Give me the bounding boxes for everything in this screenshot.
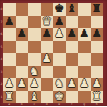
file-label-h: h	[91, 103, 104, 107]
file-label-g: g	[78, 103, 91, 107]
piece-white-pawn-b2[interactable]: ♟	[16, 78, 29, 91]
chess-board: ♚♝♜♟♛♟♟♟♟♟♟♟♟♞♟♟♟♞♟♟♟♜♝♚♜	[3, 3, 103, 103]
piece-white-pawn-h2[interactable]: ♟	[91, 78, 104, 91]
file-label-c: c	[28, 103, 41, 107]
square-f8[interactable]: ♝	[66, 3, 79, 16]
piece-black-pawn-g6[interactable]: ♟	[78, 28, 91, 41]
file-label-a: a	[3, 103, 16, 107]
square-g2[interactable]: ♟	[78, 78, 91, 91]
square-h4[interactable]	[91, 53, 104, 66]
square-g8[interactable]	[78, 3, 91, 16]
rank-label-2: 2	[0, 78, 3, 91]
square-e1[interactable]: ♚	[53, 91, 66, 104]
rank-label-3: 3	[0, 66, 3, 79]
piece-white-king-e1[interactable]: ♚	[53, 91, 66, 104]
square-e4[interactable]	[53, 53, 66, 66]
square-f2[interactable]: ♟	[66, 78, 79, 91]
square-f1[interactable]	[66, 91, 79, 104]
square-f6[interactable]: ♟	[66, 28, 79, 41]
piece-black-rook-h8[interactable]: ♜	[91, 3, 104, 16]
piece-white-knight-e2[interactable]: ♞	[53, 78, 66, 91]
square-a6[interactable]	[3, 28, 16, 41]
piece-black-pawn-b6[interactable]: ♟	[16, 28, 29, 41]
square-h8[interactable]: ♜	[91, 3, 104, 16]
file-label-d: d	[41, 103, 54, 107]
chess-board-frame: ♚♝♜♟♛♟♟♟♟♟♟♟♟♞♟♟♟♞♟♟♟♜♝♚♜ 87654321 abcde…	[0, 0, 107, 106]
square-b8[interactable]	[16, 3, 29, 16]
square-a2[interactable]: ♟	[3, 78, 16, 91]
piece-black-pawn-h6[interactable]: ♟	[91, 28, 104, 41]
square-c8[interactable]	[28, 3, 41, 16]
rank-labels: 87654321	[0, 3, 3, 103]
square-b6[interactable]: ♟	[16, 28, 29, 41]
piece-white-rook-h1[interactable]: ♜	[91, 91, 104, 104]
piece-white-pawn-g2[interactable]: ♟	[78, 78, 91, 91]
square-a4[interactable]	[3, 53, 16, 66]
square-d8[interactable]	[41, 3, 54, 16]
square-e8[interactable]: ♚	[53, 3, 66, 16]
square-e6[interactable]: ♟	[53, 28, 66, 41]
square-d1[interactable]	[41, 91, 54, 104]
square-b4[interactable]	[16, 53, 29, 66]
square-a5[interactable]	[3, 41, 16, 54]
square-h6[interactable]: ♟	[91, 28, 104, 41]
square-c4[interactable]	[28, 53, 41, 66]
piece-black-pawn-d6[interactable]: ♟	[41, 28, 54, 41]
rank-label-7: 7	[0, 16, 3, 29]
square-e2[interactable]: ♞	[53, 78, 66, 91]
square-a7[interactable]: ♟	[3, 16, 16, 29]
square-h5[interactable]	[91, 41, 104, 54]
square-f4[interactable]	[66, 53, 79, 66]
square-h1[interactable]: ♜	[91, 91, 104, 104]
square-c2[interactable]: ♟	[28, 78, 41, 91]
square-d3[interactable]	[41, 66, 54, 79]
piece-black-pawn-f6[interactable]: ♟	[66, 28, 79, 41]
rank-label-8: 8	[0, 3, 3, 16]
piece-white-bishop-c1[interactable]: ♝	[28, 91, 41, 104]
file-label-b: b	[16, 103, 29, 107]
piece-white-pawn-e6[interactable]: ♟	[53, 28, 66, 41]
square-c7[interactable]	[28, 16, 41, 29]
rank-label-4: 4	[0, 53, 3, 66]
square-e5[interactable]	[53, 41, 66, 54]
piece-white-pawn-a2[interactable]: ♟	[3, 78, 16, 91]
square-g4[interactable]	[78, 53, 91, 66]
square-c1[interactable]: ♝	[28, 91, 41, 104]
square-b2[interactable]: ♟	[16, 78, 29, 91]
rank-label-6: 6	[0, 28, 3, 41]
piece-white-pawn-d4[interactable]: ♟	[41, 53, 54, 66]
file-labels: abcdefgh	[3, 103, 103, 107]
square-f5[interactable]	[66, 41, 79, 54]
piece-white-rook-a1[interactable]: ♜	[3, 91, 16, 104]
square-g1[interactable]	[78, 91, 91, 104]
square-c5[interactable]	[28, 41, 41, 54]
piece-black-bishop-f8[interactable]: ♝	[66, 3, 79, 16]
square-d4[interactable]: ♟	[41, 53, 54, 66]
piece-white-pawn-f2[interactable]: ♟	[66, 78, 79, 91]
piece-white-pawn-c2[interactable]: ♟	[28, 78, 41, 91]
square-a8[interactable]	[3, 3, 16, 16]
square-c6[interactable]	[28, 28, 41, 41]
file-label-f: f	[66, 103, 79, 107]
square-b1[interactable]	[16, 91, 29, 104]
rank-label-1: 1	[0, 91, 3, 104]
file-label-e: e	[53, 103, 66, 107]
square-a1[interactable]: ♜	[3, 91, 16, 104]
rank-label-5: 5	[0, 41, 3, 54]
square-d6[interactable]: ♟	[41, 28, 54, 41]
piece-black-pawn-a7[interactable]: ♟	[3, 16, 16, 29]
square-d2[interactable]	[41, 78, 54, 91]
square-b5[interactable]	[16, 41, 29, 54]
piece-black-king-e8[interactable]: ♚	[53, 3, 66, 16]
square-h2[interactable]: ♟	[91, 78, 104, 91]
square-g6[interactable]: ♟	[78, 28, 91, 41]
square-g5[interactable]	[78, 41, 91, 54]
